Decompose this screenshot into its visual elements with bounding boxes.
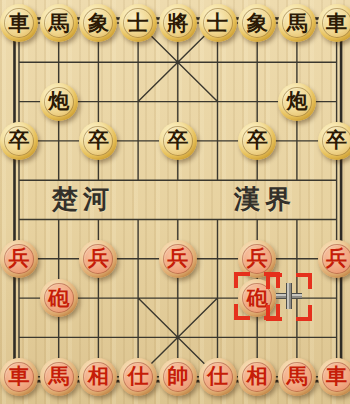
piece-red-soldier[interactable]: 兵 [238, 240, 276, 278]
piece-face: 兵 [242, 244, 272, 274]
piece-black-cannon[interactable]: 炮 [278, 83, 316, 121]
piece-glyph: 卒 [167, 129, 188, 150]
piece-glyph: 兵 [247, 247, 268, 268]
piece-red-chariot[interactable]: 車 [0, 358, 38, 396]
piece-black-general[interactable]: 將 [159, 4, 197, 42]
piece-black-soldier[interactable]: 卒 [159, 122, 197, 160]
piece-red-advisor[interactable]: 仕 [199, 358, 237, 396]
piece-glyph: 馬 [48, 365, 69, 386]
piece-face: 砲 [242, 283, 272, 313]
piece-face: 馬 [282, 8, 312, 38]
piece-glyph: 車 [326, 365, 347, 386]
piece-face: 炮 [282, 87, 312, 117]
piece-face: 仕 [123, 362, 153, 392]
piece-glyph: 車 [9, 12, 30, 33]
piece-red-chariot[interactable]: 車 [318, 358, 350, 396]
piece-glyph: 馬 [286, 365, 307, 386]
piece-face: 將 [163, 8, 193, 38]
piece-black-horse[interactable]: 馬 [40, 4, 78, 42]
piece-red-horse[interactable]: 馬 [40, 358, 78, 396]
piece-red-general[interactable]: 帥 [159, 358, 197, 396]
xiangqi-board[interactable]: 楚河 漢界 車馬象士將士象馬車炮炮卒卒卒卒卒兵兵兵兵兵砲砲車馬相仕帥仕相馬車 [0, 0, 350, 404]
piece-face: 兵 [163, 244, 193, 274]
piece-glyph: 象 [247, 12, 268, 33]
piece-glyph: 車 [326, 12, 347, 33]
piece-black-soldier[interactable]: 卒 [0, 122, 38, 160]
piece-face: 象 [83, 8, 113, 38]
piece-face: 帥 [163, 362, 193, 392]
piece-red-soldier[interactable]: 兵 [318, 240, 350, 278]
piece-glyph: 車 [9, 365, 30, 386]
piece-black-advisor[interactable]: 士 [199, 4, 237, 42]
piece-face: 卒 [322, 126, 350, 156]
piece-face: 卒 [4, 126, 34, 156]
piece-face: 馬 [282, 362, 312, 392]
piece-glyph: 炮 [48, 90, 69, 111]
piece-face: 仕 [203, 362, 233, 392]
piece-glyph: 兵 [167, 247, 188, 268]
piece-glyph: 馬 [286, 12, 307, 33]
piece-face: 馬 [44, 8, 74, 38]
piece-black-soldier[interactable]: 卒 [238, 122, 276, 160]
piece-red-soldier[interactable]: 兵 [159, 240, 197, 278]
piece-face: 車 [322, 362, 350, 392]
piece-face: 兵 [4, 244, 34, 274]
piece-glyph: 象 [88, 12, 109, 33]
piece-glyph: 兵 [88, 247, 109, 268]
piece-glyph: 仕 [128, 365, 149, 386]
piece-face: 士 [123, 8, 153, 38]
piece-glyph: 炮 [286, 90, 307, 111]
piece-glyph: 兵 [9, 247, 30, 268]
piece-face: 象 [242, 8, 272, 38]
piece-red-advisor[interactable]: 仕 [119, 358, 157, 396]
piece-face: 卒 [83, 126, 113, 156]
piece-face: 士 [203, 8, 233, 38]
piece-face: 卒 [163, 126, 193, 156]
piece-red-soldier[interactable]: 兵 [0, 240, 38, 278]
piece-red-elephant[interactable]: 相 [238, 358, 276, 396]
piece-glyph: 仕 [207, 365, 228, 386]
piece-face: 兵 [83, 244, 113, 274]
piece-glyph: 砲 [247, 287, 268, 308]
piece-face: 相 [242, 362, 272, 392]
board-grid [0, 0, 350, 404]
piece-red-soldier[interactable]: 兵 [79, 240, 117, 278]
piece-glyph: 將 [167, 12, 188, 33]
piece-face: 馬 [44, 362, 74, 392]
piece-black-soldier[interactable]: 卒 [318, 122, 350, 160]
piece-face: 車 [4, 362, 34, 392]
piece-face: 炮 [44, 87, 74, 117]
piece-glyph: 士 [207, 12, 228, 33]
piece-face: 車 [322, 8, 350, 38]
piece-glyph: 相 [88, 365, 109, 386]
piece-glyph: 馬 [48, 12, 69, 33]
piece-black-elephant[interactable]: 象 [238, 4, 276, 42]
piece-black-cannon[interactable]: 炮 [40, 83, 78, 121]
piece-glyph: 士 [128, 12, 149, 33]
piece-black-chariot[interactable]: 車 [0, 4, 38, 42]
piece-glyph: 帥 [167, 365, 188, 386]
piece-red-cannon[interactable]: 砲 [40, 279, 78, 317]
piece-red-horse[interactable]: 馬 [278, 358, 316, 396]
piece-glyph: 卒 [247, 129, 268, 150]
piece-face: 兵 [322, 244, 350, 274]
piece-face: 砲 [44, 283, 74, 313]
piece-face: 卒 [242, 126, 272, 156]
piece-red-elephant[interactable]: 相 [79, 358, 117, 396]
piece-glyph: 兵 [326, 247, 347, 268]
piece-glyph: 相 [247, 365, 268, 386]
piece-glyph: 卒 [88, 129, 109, 150]
piece-glyph: 卒 [9, 129, 30, 150]
piece-glyph: 砲 [48, 287, 69, 308]
piece-black-horse[interactable]: 馬 [278, 4, 316, 42]
piece-black-advisor[interactable]: 士 [119, 4, 157, 42]
piece-face: 相 [83, 362, 113, 392]
piece-black-chariot[interactable]: 車 [318, 4, 350, 42]
piece-face: 車 [4, 8, 34, 38]
piece-glyph: 卒 [326, 129, 347, 150]
